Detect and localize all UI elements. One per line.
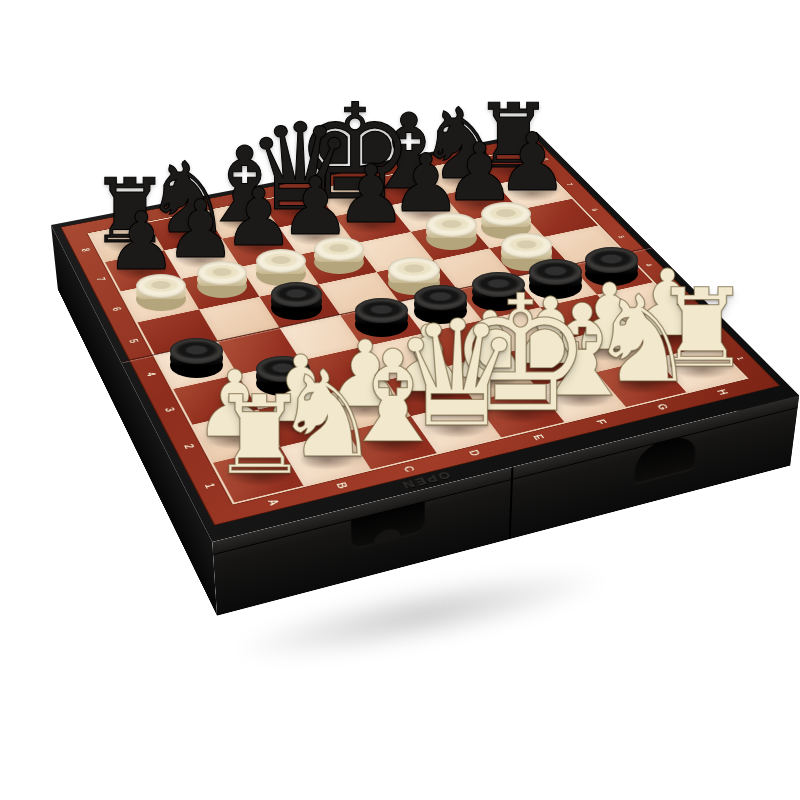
rank-label-left-8: 8: [75, 243, 96, 257]
drawer-notch-bump: [373, 526, 401, 545]
file-label-H: H: [708, 383, 736, 401]
rank-label-left-3: 3: [158, 400, 183, 418]
product-photo-stage: 1122334455667788ABCDEFGH OPEN ♜♞♝♟♚♟♛♟♝♟…: [0, 0, 800, 800]
file-label-G: G: [649, 398, 677, 416]
rank-label-left-5: 5: [122, 333, 145, 349]
file-label-E: E: [525, 428, 553, 447]
rank-label-left-4: 4: [139, 366, 163, 383]
rank-label-left-7: 7: [90, 271, 112, 286]
rank-label-left-1: 1: [197, 475, 223, 495]
file-label-A: A: [260, 492, 287, 513]
chess-box: 1122334455667788ABCDEFGH OPEN: [58, 193, 790, 615]
scene: 1122334455667788ABCDEFGH OPEN: [0, 0, 800, 800]
file-label-F: F: [587, 413, 615, 431]
file-label-B: B: [329, 475, 356, 495]
file-label-D: D: [461, 443, 489, 462]
rank-label-left-6: 6: [106, 301, 128, 317]
rank-label-left-2: 2: [177, 437, 202, 456]
